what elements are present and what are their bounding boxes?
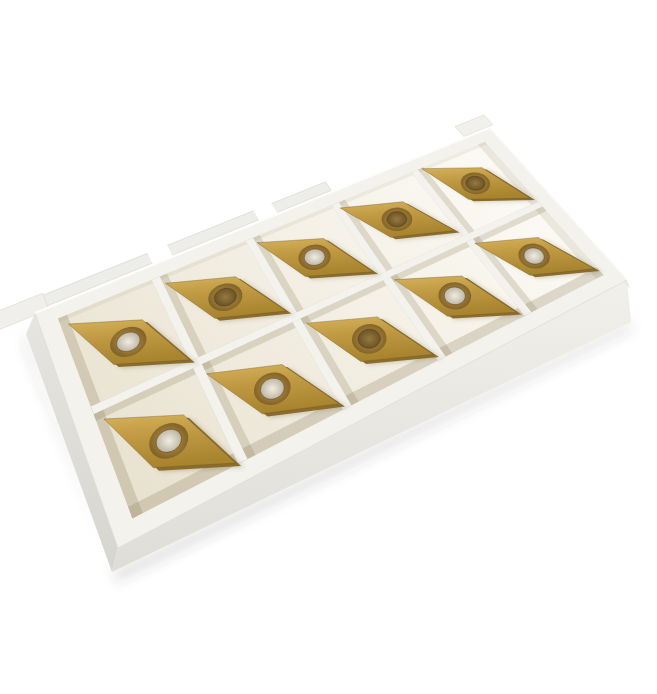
insert-hole-bore [304, 249, 325, 265]
insert-hole-bore [466, 176, 485, 190]
insert-hole-bore [358, 329, 380, 348]
insert-hole-bore [524, 248, 544, 264]
insert-hole-bore [387, 212, 407, 227]
scene-canvas [0, 0, 657, 694]
insert-hole-bore [444, 287, 465, 305]
product-photo-carbide-inserts-tray [0, 0, 657, 694]
